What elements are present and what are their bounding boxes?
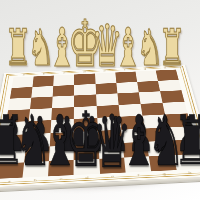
- black-rook[interactable]: ♜: [174, 107, 200, 175]
- chessboard-photo: abcdefgh abcdefgh ♜♞♝♚♛♝♞♜♟♟♟♟♟♟♟♟♜♞♝♚♛♝…: [0, 0, 200, 200]
- pieces-layer: ♜♞♝♚♛♝♞♜♟♟♟♟♟♟♟♟♜♞♝♚♛♝♞♜: [0, 0, 200, 200]
- white-rook[interactable]: ♜: [159, 23, 186, 73]
